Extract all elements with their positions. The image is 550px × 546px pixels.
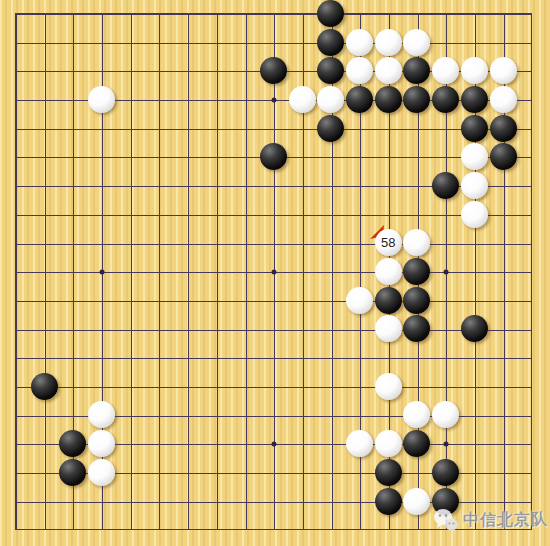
intersection-0-6	[1, 171, 30, 200]
intersection-2-8	[58, 229, 87, 258]
intersection-6-7	[173, 200, 202, 229]
black-stone	[31, 373, 58, 400]
watermark: 中信北京队	[433, 505, 548, 535]
intersection-3-7	[87, 200, 116, 229]
intersection-11-10	[317, 286, 346, 315]
intersection-13-18	[374, 515, 403, 544]
intersection-18-8	[517, 229, 546, 258]
intersection-3-2	[87, 56, 116, 85]
intersection-1-8	[30, 229, 59, 258]
white-stone	[403, 229, 430, 256]
intersection-4-13	[116, 372, 145, 401]
intersection-7-16	[202, 458, 231, 487]
white-stone	[375, 315, 402, 342]
intersection-1-6	[30, 171, 59, 200]
intersection-9-17	[259, 487, 288, 516]
intersection-14-1	[403, 28, 432, 57]
intersection-8-4	[231, 114, 260, 143]
intersection-12-0	[345, 0, 374, 28]
intersection-2-18	[58, 515, 87, 544]
intersection-11-7	[317, 200, 346, 229]
intersection-16-5	[460, 142, 489, 171]
intersection-9-6	[259, 171, 288, 200]
white-stone	[346, 29, 373, 56]
intersection-8-1	[231, 28, 260, 57]
intersection-14-2	[403, 56, 432, 85]
intersection-14-15	[403, 429, 432, 458]
intersection-16-14	[460, 401, 489, 430]
intersection-16-8	[460, 229, 489, 258]
intersection-16-1	[460, 28, 489, 57]
black-stone	[317, 57, 344, 84]
black-stone	[375, 459, 402, 486]
intersection-6-16	[173, 458, 202, 487]
intersection-7-1	[202, 28, 231, 57]
intersection-9-16	[259, 458, 288, 487]
intersection-3-6	[87, 171, 116, 200]
black-stone	[403, 86, 430, 113]
intersection-13-1	[374, 28, 403, 57]
intersection-1-10	[30, 286, 59, 315]
intersection-9-0	[259, 0, 288, 28]
intersection-14-6	[403, 171, 432, 200]
black-stone	[59, 430, 86, 457]
intersection-1-0	[30, 0, 59, 28]
intersection-6-8	[173, 229, 202, 258]
intersection-10-2	[288, 56, 317, 85]
intersection-10-11	[288, 315, 317, 344]
intersection-3-9	[87, 257, 116, 286]
black-stone	[461, 86, 488, 113]
intersection-17-16	[489, 458, 518, 487]
intersection-10-14	[288, 401, 317, 430]
intersection-8-6	[231, 171, 260, 200]
intersection-16-7	[460, 200, 489, 229]
intersection-1-2	[30, 56, 59, 85]
intersection-10-7	[288, 200, 317, 229]
intersection-2-14	[58, 401, 87, 430]
intersection-10-12	[288, 343, 317, 372]
intersection-18-2	[517, 56, 546, 85]
intersection-5-12	[144, 343, 173, 372]
intersection-8-3	[231, 85, 260, 114]
intersection-1-18	[30, 515, 59, 544]
intersection-1-13	[30, 372, 59, 401]
intersection-13-12	[374, 343, 403, 372]
wechat-icon	[433, 507, 459, 533]
intersection-2-11	[58, 315, 87, 344]
intersection-5-17	[144, 487, 173, 516]
intersection-18-10	[517, 286, 546, 315]
intersection-5-11	[144, 315, 173, 344]
intersection-17-11	[489, 315, 518, 344]
intersection-4-4	[116, 114, 145, 143]
intersection-16-16	[460, 458, 489, 487]
intersection-8-5	[231, 142, 260, 171]
intersection-11-18	[317, 515, 346, 544]
intersection-9-11	[259, 315, 288, 344]
black-stone	[403, 57, 430, 84]
intersection-15-12	[431, 343, 460, 372]
black-stone	[346, 86, 373, 113]
intersection-0-3	[1, 85, 30, 114]
intersection-18-7	[517, 200, 546, 229]
intersection-18-4	[517, 114, 546, 143]
intersection-5-2	[144, 56, 173, 85]
intersection-13-11	[374, 315, 403, 344]
intersection-2-5	[58, 142, 87, 171]
intersection-3-18	[87, 515, 116, 544]
black-stone	[317, 29, 344, 56]
intersection-16-10	[460, 286, 489, 315]
white-stone	[346, 287, 373, 314]
intersection-9-3	[259, 85, 288, 114]
intersection-12-14	[345, 401, 374, 430]
intersection-16-0	[460, 0, 489, 28]
intersection-4-3	[116, 85, 145, 114]
intersection-10-9	[288, 257, 317, 286]
intersection-14-9	[403, 257, 432, 286]
black-stone	[403, 315, 430, 342]
intersection-3-0	[87, 0, 116, 28]
intersection-8-0	[231, 0, 260, 28]
intersection-1-9	[30, 257, 59, 286]
intersection-15-11	[431, 315, 460, 344]
intersection-4-16	[116, 458, 145, 487]
intersection-9-5	[259, 142, 288, 171]
intersection-6-18	[173, 515, 202, 544]
intersection-7-0	[202, 0, 231, 28]
intersection-10-5	[288, 142, 317, 171]
intersection-18-14	[517, 401, 546, 430]
intersection-7-6	[202, 171, 231, 200]
intersection-6-13	[173, 372, 202, 401]
black-stone	[490, 143, 517, 170]
intersection-6-12	[173, 343, 202, 372]
intersection-7-14	[202, 401, 231, 430]
intersection-17-7	[489, 200, 518, 229]
intersection-18-16	[517, 458, 546, 487]
intersection-1-11	[30, 315, 59, 344]
black-stone	[403, 287, 430, 314]
intersection-8-13	[231, 372, 260, 401]
intersection-11-13	[317, 372, 346, 401]
intersection-5-7	[144, 200, 173, 229]
intersection-4-5	[116, 142, 145, 171]
intersection-6-2	[173, 56, 202, 85]
watermark-text: 中信北京队	[463, 510, 548, 531]
intersection-7-9	[202, 257, 231, 286]
intersection-9-4	[259, 114, 288, 143]
intersection-16-4	[460, 114, 489, 143]
black-stone	[403, 430, 430, 457]
intersection-12-17	[345, 487, 374, 516]
intersection-16-11	[460, 315, 489, 344]
intersection-11-4	[317, 114, 346, 143]
intersection-14-0	[403, 0, 432, 28]
intersection-9-7	[259, 200, 288, 229]
intersection-14-16	[403, 458, 432, 487]
white-stone	[88, 430, 115, 457]
black-stone	[317, 115, 344, 142]
intersection-8-15	[231, 429, 260, 458]
intersection-16-9	[460, 257, 489, 286]
intersection-5-4	[144, 114, 173, 143]
intersection-5-0	[144, 0, 173, 28]
intersection-5-16	[144, 458, 173, 487]
intersection-11-5	[317, 142, 346, 171]
intersection-13-17	[374, 487, 403, 516]
intersection-4-8	[116, 229, 145, 258]
intersection-10-8	[288, 229, 317, 258]
white-stone	[88, 86, 115, 113]
intersection-18-12	[517, 343, 546, 372]
intersection-17-3	[489, 85, 518, 114]
intersection-10-4	[288, 114, 317, 143]
intersection-3-8	[87, 229, 116, 258]
intersection-7-8	[202, 229, 231, 258]
intersection-9-14	[259, 401, 288, 430]
black-stone	[403, 258, 430, 285]
black-stone	[432, 459, 459, 486]
intersection-9-10	[259, 286, 288, 315]
white-stone	[403, 29, 430, 56]
intersection-11-14	[317, 401, 346, 430]
intersection-3-5	[87, 142, 116, 171]
intersection-2-13	[58, 372, 87, 401]
intersection-5-15	[144, 429, 173, 458]
intersection-2-0	[58, 0, 87, 28]
intersection-11-8	[317, 229, 346, 258]
intersection-10-18	[288, 515, 317, 544]
intersection-13-14	[374, 401, 403, 430]
intersection-17-0	[489, 0, 518, 28]
intersection-17-12	[489, 343, 518, 372]
intersection-2-4	[58, 114, 87, 143]
intersection-5-3	[144, 85, 173, 114]
intersection-14-8	[403, 229, 432, 258]
intersection-5-14	[144, 401, 173, 430]
intersection-0-11	[1, 315, 30, 344]
intersection-1-14	[30, 401, 59, 430]
intersection-15-3	[431, 85, 460, 114]
intersection-6-5	[173, 142, 202, 171]
intersection-17-4	[489, 114, 518, 143]
intersection-11-16	[317, 458, 346, 487]
intersection-0-10	[1, 286, 30, 315]
intersection-15-7	[431, 200, 460, 229]
intersection-14-14	[403, 401, 432, 430]
intersection-4-9	[116, 257, 145, 286]
intersection-2-17	[58, 487, 87, 516]
intersection-1-4	[30, 114, 59, 143]
intersection-6-14	[173, 401, 202, 430]
intersection-3-12	[87, 343, 116, 372]
intersection-7-11	[202, 315, 231, 344]
intersection-15-4	[431, 114, 460, 143]
intersection-4-7	[116, 200, 145, 229]
intersection-6-11	[173, 315, 202, 344]
intersection-6-9	[173, 257, 202, 286]
intersection-15-9	[431, 257, 460, 286]
intersection-13-4	[374, 114, 403, 143]
intersection-2-2	[58, 56, 87, 85]
intersection-15-6	[431, 171, 460, 200]
white-stone	[375, 258, 402, 285]
white-stone	[317, 86, 344, 113]
intersection-13-9	[374, 257, 403, 286]
intersection-1-15	[30, 429, 59, 458]
intersection-6-1	[173, 28, 202, 57]
go-board: 58 中信北京队	[0, 0, 550, 546]
black-stone	[375, 287, 402, 314]
intersection-7-3	[202, 85, 231, 114]
black-stone	[260, 57, 287, 84]
intersection-0-9	[1, 257, 30, 286]
intersection-14-18	[403, 515, 432, 544]
intersection-4-17	[116, 487, 145, 516]
intersection-8-7	[231, 200, 260, 229]
intersection-0-4	[1, 114, 30, 143]
intersection-7-10	[202, 286, 231, 315]
intersection-4-10	[116, 286, 145, 315]
intersection-11-9	[317, 257, 346, 286]
intersection-18-15	[517, 429, 546, 458]
intersection-10-1	[288, 28, 317, 57]
intersection-0-2	[1, 56, 30, 85]
intersection-4-12	[116, 343, 145, 372]
intersection-5-6	[144, 171, 173, 200]
intersection-9-1	[259, 28, 288, 57]
intersection-15-1	[431, 28, 460, 57]
intersection-5-8	[144, 229, 173, 258]
black-stone	[432, 172, 459, 199]
intersection-15-5	[431, 142, 460, 171]
black-stone	[317, 0, 344, 27]
intersection-9-2	[259, 56, 288, 85]
intersection-4-6	[116, 171, 145, 200]
intersection-15-16	[431, 458, 460, 487]
intersection-11-17	[317, 487, 346, 516]
intersection-13-0	[374, 0, 403, 28]
intersection-10-13	[288, 372, 317, 401]
intersection-12-1	[345, 28, 374, 57]
white-stone	[375, 373, 402, 400]
intersection-7-15	[202, 429, 231, 458]
intersection-18-3	[517, 85, 546, 114]
intersection-13-13	[374, 372, 403, 401]
white-stone	[461, 172, 488, 199]
white-stone	[432, 57, 459, 84]
white-stone	[346, 430, 373, 457]
intersection-14-12	[403, 343, 432, 372]
white-stone	[403, 488, 430, 515]
intersection-14-17	[403, 487, 432, 516]
white-stone: 58	[375, 229, 402, 256]
intersection-6-10	[173, 286, 202, 315]
intersection-14-7	[403, 200, 432, 229]
intersection-4-2	[116, 56, 145, 85]
intersection-3-17	[87, 487, 116, 516]
black-stone	[375, 488, 402, 515]
white-stone	[375, 29, 402, 56]
intersection-16-12	[460, 343, 489, 372]
intersection-5-9	[144, 257, 173, 286]
intersection-2-6	[58, 171, 87, 200]
intersection-3-13	[87, 372, 116, 401]
white-stone	[88, 459, 115, 486]
intersection-12-2	[345, 56, 374, 85]
intersection-12-18	[345, 515, 374, 544]
intersection-8-18	[231, 515, 260, 544]
white-stone	[461, 201, 488, 228]
intersection-10-6	[288, 171, 317, 200]
intersection-1-7	[30, 200, 59, 229]
intersection-18-9	[517, 257, 546, 286]
white-stone	[461, 143, 488, 170]
intersection-17-1	[489, 28, 518, 57]
intersection-6-3	[173, 85, 202, 114]
intersection-12-15	[345, 429, 374, 458]
black-stone	[490, 115, 517, 142]
intersection-18-11	[517, 315, 546, 344]
intersection-0-15	[1, 429, 30, 458]
white-stone	[375, 57, 402, 84]
intersection-15-8	[431, 229, 460, 258]
intersection-16-6	[460, 171, 489, 200]
intersection-12-13	[345, 372, 374, 401]
intersection-2-12	[58, 343, 87, 372]
intersection-9-13	[259, 372, 288, 401]
intersection-2-7	[58, 200, 87, 229]
intersection-2-1	[58, 28, 87, 57]
intersection-13-3	[374, 85, 403, 114]
intersection-7-17	[202, 487, 231, 516]
intersection-4-1	[116, 28, 145, 57]
intersection-17-14	[489, 401, 518, 430]
intersection-4-18	[116, 515, 145, 544]
intersection-6-15	[173, 429, 202, 458]
intersection-15-15	[431, 429, 460, 458]
intersection-7-7	[202, 200, 231, 229]
intersection-12-16	[345, 458, 374, 487]
intersection-1-3	[30, 85, 59, 114]
white-stone	[490, 57, 517, 84]
intersection-4-11	[116, 315, 145, 344]
intersection-9-8	[259, 229, 288, 258]
intersection-6-0	[173, 0, 202, 28]
intersection-13-15	[374, 429, 403, 458]
intersection-14-5	[403, 142, 432, 171]
intersection-10-15	[288, 429, 317, 458]
intersection-18-6	[517, 171, 546, 200]
intersection-4-15	[116, 429, 145, 458]
white-stone	[490, 86, 517, 113]
intersection-16-13	[460, 372, 489, 401]
intersection-12-6	[345, 171, 374, 200]
intersection-11-11	[317, 315, 346, 344]
intersection-3-4	[87, 114, 116, 143]
intersection-4-0	[116, 0, 145, 28]
intersection-11-3	[317, 85, 346, 114]
white-stone	[289, 86, 316, 113]
intersection-10-17	[288, 487, 317, 516]
intersection-8-17	[231, 487, 260, 516]
intersection-17-15	[489, 429, 518, 458]
intersection-17-2	[489, 56, 518, 85]
intersection-15-2	[431, 56, 460, 85]
intersection-14-3	[403, 85, 432, 114]
